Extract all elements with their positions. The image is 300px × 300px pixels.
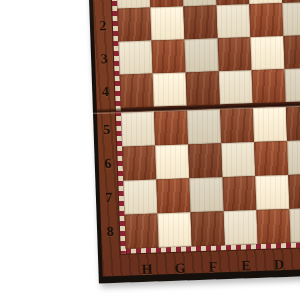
square-e5[interactable] [220,108,254,143]
square-h2[interactable] [117,8,151,42]
file-label-E: E [229,256,263,277]
square-d8[interactable] [256,209,290,244]
square-h6[interactable] [122,146,156,181]
square-e6[interactable] [221,142,255,177]
rank-label-6: 6 [98,154,117,175]
square-c3[interactable] [283,35,300,69]
square-h4[interactable] [120,74,154,108]
square-d6[interactable] [254,141,288,176]
square-h8[interactable] [125,213,159,248]
playing-area [110,0,300,255]
square-d7[interactable] [255,175,289,210]
square-g6[interactable] [155,144,189,179]
square-d4[interactable] [252,69,286,103]
rank-label-3: 3 [95,48,114,69]
chess-board: HGFEDCBA 12345678 [87,0,300,284]
square-g2[interactable] [150,6,184,40]
square-f3[interactable] [184,38,218,72]
square-f4[interactable] [186,71,220,105]
file-labels: HGFEDCBA [130,251,300,280]
square-c5[interactable] [286,106,300,141]
square-f8[interactable] [191,211,225,246]
rank-label-5: 5 [97,120,116,141]
square-c6[interactable] [287,140,300,175]
square-e7[interactable] [222,176,256,211]
square-e4[interactable] [219,70,253,104]
board-frame: HGFEDCBA [91,0,300,276]
square-g3[interactable] [151,39,185,73]
file-label-F: F [196,257,230,278]
square-e2[interactable] [216,4,250,38]
squares-grid [116,0,300,249]
square-g8[interactable] [158,212,192,247]
file-label-C: C [295,254,300,275]
square-f2[interactable] [183,5,217,39]
board-photo: HGFEDCBA 12345678 [0,0,300,300]
square-c7[interactable] [288,174,300,209]
rank-label-1: 1 [92,0,111,3]
square-d5[interactable] [253,107,287,142]
rank-label-2: 2 [94,15,113,36]
square-d2[interactable] [249,3,283,37]
square-e8[interactable] [223,210,257,245]
square-c4[interactable] [285,68,300,102]
rank-label-8: 8 [101,222,120,243]
square-f7[interactable] [189,177,223,212]
square-g7[interactable] [156,178,190,213]
square-d3[interactable] [250,36,284,70]
square-h7[interactable] [123,180,157,215]
square-c2[interactable] [282,2,300,36]
square-h5[interactable] [121,112,155,147]
square-c8[interactable] [289,208,300,243]
rank-label-7: 7 [100,188,119,209]
square-g5[interactable] [154,110,188,145]
square-e3[interactable] [217,37,251,71]
square-f6[interactable] [188,143,222,178]
file-label-G: G [163,258,197,279]
square-g4[interactable] [153,72,187,106]
file-label-D: D [262,255,296,276]
file-label-H: H [130,259,164,280]
rank-label-4: 4 [96,81,115,102]
square-f5[interactable] [187,109,221,144]
square-h3[interactable] [119,41,153,75]
